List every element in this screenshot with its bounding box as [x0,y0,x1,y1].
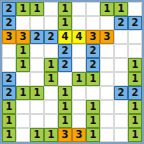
cell-value: 2 [118,88,125,98]
cell-r3c5[interactable] [72,44,86,58]
cell-r9c5[interactable]: 3 [72,128,86,142]
cell-value: 1 [6,102,13,112]
cell-r5c4[interactable] [58,72,72,86]
cell-r1c0[interactable]: 2 [2,16,16,30]
cell-r8c1[interactable] [16,114,30,128]
cell-r0c1[interactable]: 1 [16,2,30,16]
cell-r7c7[interactable] [100,100,114,114]
cell-r7c4[interactable]: 1 [58,100,72,114]
cell-value: 1 [20,46,27,56]
cell-r1c4[interactable]: 1 [58,16,72,30]
cell-r5c8[interactable] [114,72,128,86]
cell-r9c8[interactable] [114,128,128,142]
cell-r8c5[interactable] [72,114,86,128]
cell-r6c7[interactable] [100,86,114,100]
cell-value: 1 [20,60,27,70]
cell-value: 1 [90,130,97,140]
cell-r7c8[interactable] [114,100,128,114]
cell-r5c3[interactable]: 1 [44,72,58,86]
cell-r8c9[interactable]: 1 [128,114,142,128]
cell-r3c8[interactable] [114,44,128,58]
cell-value: 3 [90,32,97,42]
cell-r2c8[interactable] [114,30,128,44]
cell-value: 1 [34,88,41,98]
cell-value: 1 [6,130,13,140]
cell-r0c3[interactable] [44,2,58,16]
cell-r1c2[interactable] [30,16,44,30]
cell-r0c6[interactable] [86,2,100,16]
cell-r8c7[interactable] [100,114,114,128]
cell-r8c3[interactable] [44,114,58,128]
cell-value: 1 [62,116,69,126]
cell-r1c9[interactable]: 2 [128,16,142,30]
cell-value: 1 [90,102,97,112]
cell-value: 1 [118,4,125,14]
cell-r6c6[interactable] [86,86,100,100]
cell-value: 1 [20,4,27,14]
cell-value: 2 [90,60,97,70]
cell-value: 3 [62,130,69,140]
cell-r1c1[interactable] [16,16,30,30]
cell-r0c7[interactable]: 1 [100,2,114,16]
cell-r2c3[interactable]: 2 [44,30,58,44]
puzzle-screen: 2111112122332244331221122121111211122111… [0,0,144,144]
cell-value: 2 [118,18,125,28]
cell-r3c9[interactable] [128,44,142,58]
cell-r2c6[interactable]: 3 [86,30,100,44]
cell-r8c0[interactable]: 1 [2,114,16,128]
cell-r2c7[interactable]: 3 [100,30,114,44]
cell-r4c3[interactable]: 1 [44,58,58,72]
cell-r0c4[interactable]: 1 [58,2,72,16]
cell-r3c4[interactable]: 2 [58,44,72,58]
cell-r3c6[interactable]: 2 [86,44,100,58]
cell-r8c4[interactable]: 1 [58,114,72,128]
cell-value: 1 [76,74,83,84]
cell-value: 1 [62,18,69,28]
cell-value: 1 [62,102,69,112]
cell-value: 2 [6,88,13,98]
cell-r9c7[interactable] [100,128,114,142]
cell-value: 2 [132,18,139,28]
cell-value: 1 [132,102,139,112]
cell-r0c2[interactable]: 1 [30,2,44,16]
cell-r6c4[interactable]: 1 [58,86,72,100]
cell-value: 1 [48,130,55,140]
cell-r5c9[interactable]: 1 [128,72,142,86]
cell-r7c1[interactable] [16,100,30,114]
cell-r4c2[interactable] [30,58,44,72]
cell-r9c1[interactable] [16,128,30,142]
cell-value: 2 [6,4,13,14]
cell-r6c0[interactable]: 2 [2,86,16,100]
cell-value: 2 [62,60,69,70]
cell-r3c0[interactable] [2,44,16,58]
cell-r6c1[interactable]: 1 [16,86,30,100]
cell-value: 1 [6,116,13,126]
cell-value: 2 [90,46,97,56]
cell-value: 2 [62,46,69,56]
cell-r9c9[interactable]: 1 [128,128,142,142]
cell-r7c6[interactable]: 1 [86,100,100,114]
cell-r3c7[interactable] [100,44,114,58]
cell-value: 1 [20,88,27,98]
cell-r0c9[interactable] [128,2,142,16]
cell-r5c1[interactable] [16,72,30,86]
cell-r7c3[interactable] [44,100,58,114]
cell-r4c1[interactable]: 1 [16,58,30,72]
cell-r2c2[interactable]: 2 [30,30,44,44]
cell-value: 1 [62,4,69,14]
cell-r0c0[interactable]: 2 [2,2,16,16]
cell-r5c2[interactable] [30,72,44,86]
cell-r1c7[interactable] [100,16,114,30]
puzzle-board: 2111112122332244331221122121111211122111… [0,0,144,144]
cell-r3c3[interactable] [44,44,58,58]
cell-value: 3 [76,130,83,140]
cell-r9c6[interactable]: 1 [86,128,100,142]
cell-r4c4[interactable]: 2 [58,58,72,72]
cell-value: 1 [48,74,55,84]
cell-value: 3 [6,32,13,42]
cell-value: 4 [62,32,69,42]
cell-r2c1[interactable]: 3 [16,30,30,44]
cell-value: 2 [6,74,13,84]
cell-r7c0[interactable]: 1 [2,100,16,114]
cell-value: 1 [48,60,55,70]
cell-r6c8[interactable]: 2 [114,86,128,100]
cell-r3c2[interactable] [30,44,44,58]
cell-value: 2 [132,88,139,98]
cell-r7c2[interactable] [30,100,44,114]
cell-r2c9[interactable] [128,30,142,44]
cell-r6c9[interactable]: 2 [128,86,142,100]
cell-r4c6[interactable]: 2 [86,58,100,72]
cell-value: 1 [132,74,139,84]
cell-r5c6[interactable]: 1 [86,72,100,86]
cell-value: 3 [20,32,27,42]
cell-value: 1 [132,130,139,140]
cell-r1c3[interactable] [44,16,58,30]
cell-r7c5[interactable] [72,100,86,114]
cell-value: 2 [48,32,55,42]
cell-r0c5[interactable] [72,2,86,16]
cell-r4c0[interactable] [2,58,16,72]
cell-r3c1[interactable]: 1 [16,44,30,58]
cell-r6c2[interactable]: 1 [30,86,44,100]
cell-r8c2[interactable] [30,114,44,128]
cell-value: 1 [34,130,41,140]
cell-r8c8[interactable] [114,114,128,128]
cell-r8c6[interactable]: 1 [86,114,100,128]
cell-value: 1 [104,4,111,14]
cell-r4c9[interactable]: 1 [128,58,142,72]
cell-r6c5[interactable] [72,86,86,100]
cell-r9c4[interactable]: 3 [58,128,72,142]
cell-value: 1 [132,116,139,126]
cell-value: 1 [62,88,69,98]
cell-r4c5[interactable] [72,58,86,72]
cell-r1c5[interactable] [72,16,86,30]
cell-r6c3[interactable] [44,86,58,100]
cell-r1c8[interactable]: 2 [114,16,128,30]
cell-value: 3 [104,32,111,42]
cell-r2c4[interactable]: 4 [58,30,72,44]
cell-r2c0[interactable]: 3 [2,30,16,44]
cell-value: 1 [34,4,41,14]
cell-r5c7[interactable] [100,72,114,86]
cell-r9c3[interactable]: 1 [44,128,58,142]
cell-r0c8[interactable]: 1 [114,2,128,16]
cell-r9c2[interactable]: 1 [30,128,44,142]
cell-r7c9[interactable]: 1 [128,100,142,114]
cell-r4c7[interactable] [100,58,114,72]
cell-r5c5[interactable]: 1 [72,72,86,86]
cell-value: 2 [34,32,41,42]
cell-r4c8[interactable] [114,58,128,72]
cell-r1c6[interactable] [86,16,100,30]
cell-r9c0[interactable]: 1 [2,128,16,142]
cell-value: 1 [90,116,97,126]
cell-value: 1 [132,60,139,70]
cell-r5c0[interactable]: 2 [2,72,16,86]
cell-value: 2 [6,18,13,28]
cell-value: 1 [90,74,97,84]
cell-value: 4 [76,32,83,42]
cell-r2c5[interactable]: 4 [72,30,86,44]
